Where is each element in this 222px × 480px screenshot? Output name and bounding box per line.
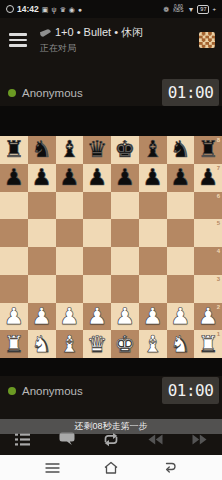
square-d4[interactable]: [83, 247, 111, 275]
white-pawn: ♟: [142, 305, 163, 328]
white-rook: ♜: [4, 333, 25, 356]
square-c4[interactable]: [56, 247, 84, 275]
opponent-row: Anonymous 01:00: [0, 79, 222, 106]
rank-label-3: 3: [217, 276, 220, 282]
square-d8[interactable]: ♛: [83, 136, 111, 164]
data-saver-icon: ❁: [163, 6, 169, 13]
home-icon: [103, 461, 119, 475]
record-icon: ◉: [69, 6, 75, 13]
square-g1[interactable]: ♞: [167, 330, 195, 358]
square-h5[interactable]: 5: [194, 219, 222, 247]
white-pawn: ♟: [170, 305, 191, 328]
opponent-clock: 01:00: [162, 79, 219, 106]
square-c7[interactable]: ♟: [56, 164, 84, 192]
square-d3[interactable]: [83, 275, 111, 303]
square-f1[interactable]: ♝: [139, 330, 167, 358]
square-g8[interactable]: ♞: [167, 136, 195, 164]
square-d7[interactable]: ♟: [83, 164, 111, 192]
square-h6[interactable]: 6: [194, 192, 222, 220]
online-status-icon: [8, 387, 16, 395]
rank-label-6: 6: [217, 193, 220, 199]
square-f7[interactable]: ♟: [139, 164, 167, 192]
black-knight: ♞: [31, 138, 52, 161]
chat-icon: [59, 432, 75, 446]
black-pawn: ♟: [59, 166, 80, 189]
white-pawn: ♟: [4, 305, 25, 328]
square-d2[interactable]: ♟: [83, 303, 111, 331]
status-left: 14:42 ▣ ψ ♛ ◉ ●: [6, 4, 82, 14]
square-h4[interactable]: 4: [194, 247, 222, 275]
square-d1[interactable]: ♛: [83, 330, 111, 358]
status-right: ❁ 0.60 KB/S ▼ 97 +: [163, 5, 216, 14]
black-king: ♚: [115, 138, 136, 161]
rank-label-1: 1: [217, 331, 220, 337]
square-c6[interactable]: [56, 192, 84, 220]
rank-label-7: 7: [217, 165, 220, 171]
square-g6[interactable]: [167, 192, 195, 220]
white-knight: ♞: [170, 333, 191, 356]
square-c1[interactable]: ♝: [56, 330, 84, 358]
black-pawn: ♟: [142, 166, 163, 189]
white-knight: ♞: [31, 333, 52, 356]
game-status: 正在对局: [40, 42, 143, 55]
white-pawn: ♟: [198, 305, 219, 328]
square-b2[interactable]: ♟: [28, 303, 56, 331]
square-a5[interactable]: [0, 219, 28, 247]
square-g2[interactable]: ♟: [167, 303, 195, 331]
square-a8[interactable]: ♜: [0, 136, 28, 164]
black-bishop: ♝: [59, 138, 80, 161]
black-rook: ♜: [4, 138, 25, 161]
square-d6[interactable]: [83, 192, 111, 220]
square-c2[interactable]: ♟: [56, 303, 84, 331]
app-notification-icon: ▣: [42, 6, 49, 13]
battery-indicator: 97: [197, 5, 209, 14]
square-e6[interactable]: [111, 192, 139, 220]
square-f2[interactable]: ♟: [139, 303, 167, 331]
square-h8[interactable]: ♜8: [194, 136, 222, 164]
chess-board[interactable]: ♜♞♝♛♚♝♞♜8♟♟♟♟♟♟♟♟76543♟♟♟♟♟♟♟♟2♜♞♝♛♚♝♞♜1: [0, 136, 222, 358]
square-a4[interactable]: [0, 247, 28, 275]
square-b6[interactable]: [28, 192, 56, 220]
square-c3[interactable]: [56, 275, 84, 303]
game-title-block: 1+0 • Bullet • 休闲 正在对局: [40, 25, 143, 55]
back-icon: [162, 461, 178, 474]
usb-icon: ψ: [51, 6, 56, 13]
rank-label-4: 4: [217, 248, 220, 254]
square-e7[interactable]: ♟: [111, 164, 139, 192]
square-a1[interactable]: ♜: [0, 330, 28, 358]
player-name: Anonymous: [22, 385, 83, 397]
square-e2[interactable]: ♟: [111, 303, 139, 331]
forward-icon: [192, 434, 208, 445]
rank-label-2: 2: [217, 304, 220, 310]
app-header: 1+0 • Bullet • 休闲 正在对局: [0, 20, 222, 60]
white-king: ♚: [115, 333, 136, 356]
board-zone: ♜♞♝♛♚♝♞♜8♟♟♟♟♟♟♟♟76543♟♟♟♟♟♟♟♟2♜♞♝♛♚♝♞♜1…: [0, 106, 222, 376]
square-h7[interactable]: ♟7: [194, 164, 222, 192]
alarm-icon: [6, 5, 14, 13]
network-speed: 0.60 KB/S: [173, 5, 183, 14]
black-bishop: ♝: [142, 138, 163, 161]
white-rook: ♜: [198, 333, 219, 356]
online-status-icon: [8, 89, 16, 97]
square-b5[interactable]: [28, 219, 56, 247]
player-row: Anonymous 01:00: [0, 377, 222, 404]
black-rook: ♜: [198, 138, 219, 161]
square-f8[interactable]: ♝: [139, 136, 167, 164]
square-b3[interactable]: [28, 275, 56, 303]
square-c8[interactable]: ♝: [56, 136, 84, 164]
wifi-icon: ▼: [187, 6, 194, 13]
rank-label-5: 5: [217, 220, 220, 226]
black-knight: ♞: [170, 138, 191, 161]
square-g5[interactable]: [167, 219, 195, 247]
square-h1[interactable]: ♜1: [194, 330, 222, 358]
opponent-name: Anonymous: [22, 87, 83, 99]
square-e8[interactable]: ♚: [111, 136, 139, 164]
bullet-icon: [40, 29, 51, 37]
board-preview-icon[interactable]: [199, 32, 215, 48]
white-queen: ♛: [87, 333, 108, 356]
status-bar: 14:42 ▣ ψ ♛ ◉ ● ❁ 0.60 KB/S ▼ 97 +: [0, 0, 222, 18]
rewind-icon: [147, 434, 163, 445]
square-e5[interactable]: [111, 219, 139, 247]
black-pawn: ♟: [115, 166, 136, 189]
black-pawn: ♟: [170, 166, 191, 189]
recents-menu-icon: [45, 462, 60, 474]
white-pawn: ♟: [87, 305, 108, 328]
square-f5[interactable]: [139, 219, 167, 247]
square-d5[interactable]: [83, 219, 111, 247]
menu-button[interactable]: [9, 33, 27, 47]
charging-icon: +: [212, 6, 216, 12]
square-f3[interactable]: [139, 275, 167, 303]
white-pawn: ♟: [59, 305, 80, 328]
black-queen: ♛: [87, 138, 108, 161]
square-a7[interactable]: ♟: [0, 164, 28, 192]
black-pawn: ♟: [31, 166, 52, 189]
square-h3[interactable]: 3: [194, 275, 222, 303]
rank-label-8: 8: [217, 137, 220, 143]
player-clock: 01:00: [162, 377, 219, 404]
game-title: 1+0 • Bullet • 休闲: [55, 25, 143, 40]
black-pawn: ♟: [198, 166, 219, 189]
square-b4[interactable]: [28, 247, 56, 275]
white-pawn: ♟: [31, 305, 52, 328]
first-move-banner: 还剩08秒走第一步: [0, 419, 222, 434]
recents-button[interactable]: [43, 460, 61, 476]
banner-text: 还剩08秒走第一步: [74, 420, 147, 433]
square-a3[interactable]: [0, 275, 28, 303]
home-button[interactable]: [102, 460, 120, 476]
square-b1[interactable]: ♞: [28, 330, 56, 358]
square-g4[interactable]: [167, 247, 195, 275]
back-button[interactable]: [161, 460, 179, 476]
square-g3[interactable]: [167, 275, 195, 303]
square-e3[interactable]: [111, 275, 139, 303]
white-bishop: ♝: [59, 333, 80, 356]
square-a2[interactable]: ♟: [0, 303, 28, 331]
moves-list-icon: [15, 433, 30, 446]
system-navbar: [0, 455, 222, 480]
square-b7[interactable]: ♟: [28, 164, 56, 192]
square-g7[interactable]: ♟: [167, 164, 195, 192]
square-c5[interactable]: [56, 219, 84, 247]
net-speed-unit: KB/S: [173, 9, 183, 14]
black-pawn: ♟: [4, 166, 25, 189]
white-bishop: ♝: [142, 333, 163, 356]
clock-time: 14:42: [17, 4, 39, 14]
white-pawn: ♟: [115, 305, 136, 328]
crown-icon: ♛: [59, 6, 65, 13]
square-a6[interactable]: [0, 192, 28, 220]
square-f4[interactable]: [139, 247, 167, 275]
bell-icon: ●: [78, 6, 82, 13]
square-f6[interactable]: [139, 192, 167, 220]
square-b8[interactable]: ♞: [28, 136, 56, 164]
square-e4[interactable]: [111, 247, 139, 275]
square-e1[interactable]: ♚: [111, 330, 139, 358]
black-pawn: ♟: [87, 166, 108, 189]
square-h2[interactable]: ♟2: [194, 303, 222, 331]
